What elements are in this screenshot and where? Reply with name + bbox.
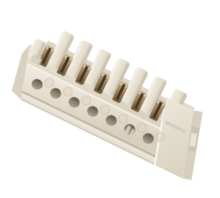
- photo-canvas: [0, 0, 220, 198]
- connector-illustration: [0, 0, 220, 198]
- product-photo: [0, 0, 220, 198]
